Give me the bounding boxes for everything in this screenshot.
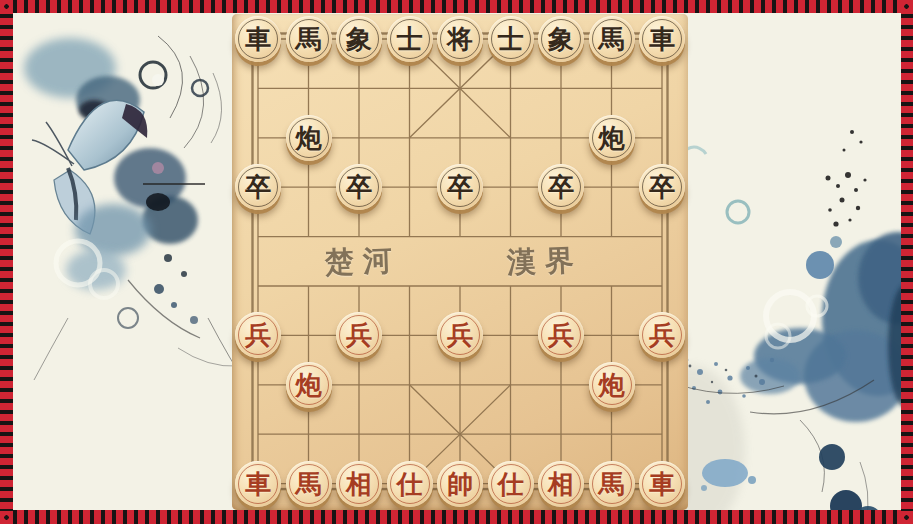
- piece-red-horse[interactable]: 馬: [589, 461, 635, 507]
- piece-red-soldier[interactable]: 兵: [437, 312, 483, 358]
- butterfly-ink-artwork: [8, 18, 258, 418]
- xiangqi-app: 楚河 漢界 車馬象士将士象馬車炮炮卒卒卒卒卒兵兵兵兵兵炮炮車馬相仕帥仕相馬車: [0, 0, 913, 524]
- piece-red-elephant[interactable]: 相: [538, 461, 584, 507]
- frame-corner: [0, 511, 13, 524]
- piece-character: 兵: [548, 322, 574, 348]
- piece-character: 卒: [346, 174, 372, 200]
- piece-black-chariot[interactable]: 車: [235, 16, 281, 62]
- piece-red-soldier[interactable]: 兵: [639, 312, 685, 358]
- piece-black-advisor[interactable]: 士: [488, 16, 534, 62]
- piece-character: 仕: [498, 471, 524, 497]
- piece-red-soldier[interactable]: 兵: [235, 312, 281, 358]
- piece-character: 相: [346, 471, 372, 497]
- piece-black-chariot[interactable]: 車: [639, 16, 685, 62]
- piece-red-cannon[interactable]: 炮: [286, 362, 332, 408]
- frame-corner: [0, 0, 13, 13]
- piece-black-elephant[interactable]: 象: [538, 16, 584, 62]
- piece-red-horse[interactable]: 馬: [286, 461, 332, 507]
- piece-red-soldier[interactable]: 兵: [336, 312, 382, 358]
- piece-character: 車: [245, 26, 271, 52]
- piece-character: 士: [397, 26, 423, 52]
- piece-character: 卒: [447, 174, 473, 200]
- piece-character: 帥: [447, 471, 473, 497]
- piece-black-soldier[interactable]: 卒: [437, 164, 483, 210]
- piece-character: 車: [245, 471, 271, 497]
- ink-splash-artwork: [660, 120, 913, 524]
- piece-character: 炮: [599, 125, 625, 151]
- piece-black-horse[interactable]: 馬: [286, 16, 332, 62]
- frame-border-bottom: [13, 510, 901, 524]
- piece-character: 馬: [296, 471, 322, 497]
- piece-character: 馬: [599, 26, 625, 52]
- piece-red-advisor[interactable]: 仕: [387, 461, 433, 507]
- piece-black-soldier[interactable]: 卒: [639, 164, 685, 210]
- piece-character: 将: [447, 26, 473, 52]
- xiangqi-board[interactable]: 楚河 漢界 車馬象士将士象馬車炮炮卒卒卒卒卒兵兵兵兵兵炮炮車馬相仕帥仕相馬車: [232, 14, 688, 510]
- piece-black-cannon[interactable]: 炮: [286, 115, 332, 161]
- piece-character: 士: [498, 26, 524, 52]
- piece-black-horse[interactable]: 馬: [589, 16, 635, 62]
- piece-black-cannon[interactable]: 炮: [589, 115, 635, 161]
- frame-border-top: [13, 0, 901, 13]
- piece-character: 兵: [346, 322, 372, 348]
- frame-border-right: [901, 0, 913, 524]
- piece-character: 炮: [599, 372, 625, 398]
- piece-character: 卒: [649, 174, 675, 200]
- piece-character: 兵: [649, 322, 675, 348]
- piece-black-general[interactable]: 将: [437, 16, 483, 62]
- frame-corner: [900, 511, 913, 524]
- piece-red-elephant[interactable]: 相: [336, 461, 382, 507]
- piece-red-chariot[interactable]: 車: [639, 461, 685, 507]
- piece-character: 象: [346, 26, 372, 52]
- piece-black-soldier[interactable]: 卒: [336, 164, 382, 210]
- piece-red-general[interactable]: 帥: [437, 461, 483, 507]
- piece-character: 馬: [599, 471, 625, 497]
- pieces-layer: 車馬象士将士象馬車炮炮卒卒卒卒卒兵兵兵兵兵炮炮車馬相仕帥仕相馬車: [232, 14, 688, 510]
- piece-character: 兵: [245, 322, 271, 348]
- piece-character: 相: [548, 471, 574, 497]
- piece-black-advisor[interactable]: 士: [387, 16, 433, 62]
- piece-red-cannon[interactable]: 炮: [589, 362, 635, 408]
- piece-character: 兵: [447, 322, 473, 348]
- piece-character: 車: [649, 471, 675, 497]
- piece-character: 車: [649, 26, 675, 52]
- piece-black-elephant[interactable]: 象: [336, 16, 382, 62]
- piece-red-soldier[interactable]: 兵: [538, 312, 584, 358]
- piece-character: 炮: [296, 372, 322, 398]
- piece-character: 馬: [296, 26, 322, 52]
- piece-red-advisor[interactable]: 仕: [488, 461, 534, 507]
- piece-black-soldier[interactable]: 卒: [235, 164, 281, 210]
- piece-red-chariot[interactable]: 車: [235, 461, 281, 507]
- piece-character: 卒: [548, 174, 574, 200]
- piece-character: 象: [548, 26, 574, 52]
- frame-corner: [900, 0, 913, 13]
- piece-character: 炮: [296, 125, 322, 151]
- piece-black-soldier[interactable]: 卒: [538, 164, 584, 210]
- piece-character: 仕: [397, 471, 423, 497]
- piece-character: 卒: [245, 174, 271, 200]
- frame-border-left: [0, 0, 13, 524]
